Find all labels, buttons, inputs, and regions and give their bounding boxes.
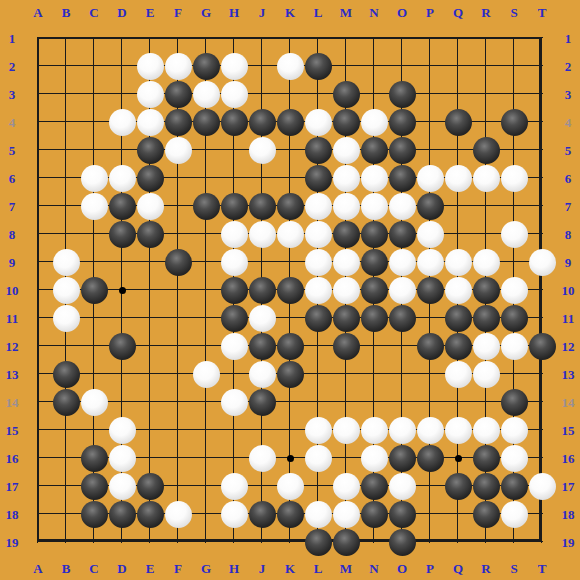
board-cell-N12[interactable]: [360, 332, 388, 360]
board-cell-R16[interactable]: [472, 444, 500, 472]
board-cell-B4[interactable]: [52, 108, 80, 136]
board-cell-T17[interactable]: [528, 472, 556, 500]
board-cell-C5[interactable]: [80, 136, 108, 164]
board-cell-O7[interactable]: [388, 192, 416, 220]
board-cell-E6[interactable]: [136, 164, 164, 192]
board-cell-N9[interactable]: [360, 248, 388, 276]
board-cell-G18[interactable]: [192, 500, 220, 528]
board-cell-H19[interactable]: [220, 528, 248, 556]
board-cell-S7[interactable]: [500, 192, 528, 220]
board-cell-C4[interactable]: [80, 108, 108, 136]
board-cell-E19[interactable]: [136, 528, 164, 556]
board-cell-R14[interactable]: [472, 388, 500, 416]
board-cell-A14[interactable]: [24, 388, 52, 416]
board-cell-O15[interactable]: [388, 416, 416, 444]
board-cell-P9[interactable]: [416, 248, 444, 276]
board-cell-F17[interactable]: [164, 472, 192, 500]
board-cell-J19[interactable]: [248, 528, 276, 556]
board-cell-L14[interactable]: [304, 388, 332, 416]
board-cell-L10[interactable]: [304, 276, 332, 304]
board-cell-R19[interactable]: [472, 528, 500, 556]
board-cell-R8[interactable]: [472, 220, 500, 248]
board-cell-C1[interactable]: [80, 24, 108, 52]
board-cell-O17[interactable]: [388, 472, 416, 500]
board-cell-D14[interactable]: [108, 388, 136, 416]
board-cell-J2[interactable]: [248, 52, 276, 80]
board-cell-C9[interactable]: [80, 248, 108, 276]
board-cell-F19[interactable]: [164, 528, 192, 556]
board-cell-S8[interactable]: [500, 220, 528, 248]
board-cell-D6[interactable]: [108, 164, 136, 192]
board-cell-N15[interactable]: [360, 416, 388, 444]
board-cell-G17[interactable]: [192, 472, 220, 500]
board-cell-J6[interactable]: [248, 164, 276, 192]
board-cell-O10[interactable]: [388, 276, 416, 304]
board-cell-C18[interactable]: [80, 500, 108, 528]
board-cell-H5[interactable]: [220, 136, 248, 164]
board-cell-B8[interactable]: [52, 220, 80, 248]
board-cell-G1[interactable]: [192, 24, 220, 52]
board-cell-J14[interactable]: [248, 388, 276, 416]
board-cell-P13[interactable]: [416, 360, 444, 388]
board-cell-P16[interactable]: [416, 444, 444, 472]
board-cell-D1[interactable]: [108, 24, 136, 52]
board-cell-P7[interactable]: [416, 192, 444, 220]
board-cell-M13[interactable]: [332, 360, 360, 388]
board-cell-A18[interactable]: [24, 500, 52, 528]
board-cell-L8[interactable]: [304, 220, 332, 248]
board-cell-K17[interactable]: [276, 472, 304, 500]
board-cell-E5[interactable]: [136, 136, 164, 164]
board-cell-O12[interactable]: [388, 332, 416, 360]
board-cell-T16[interactable]: [528, 444, 556, 472]
board-cell-G5[interactable]: [192, 136, 220, 164]
board-cell-T2[interactable]: [528, 52, 556, 80]
board-cell-R2[interactable]: [472, 52, 500, 80]
board-cell-S12[interactable]: [500, 332, 528, 360]
board-cell-L16[interactable]: [304, 444, 332, 472]
board-cell-R12[interactable]: [472, 332, 500, 360]
board-cell-P15[interactable]: [416, 416, 444, 444]
board-cell-H12[interactable]: [220, 332, 248, 360]
board-cell-K3[interactable]: [276, 80, 304, 108]
board-cell-A12[interactable]: [24, 332, 52, 360]
board-cell-E7[interactable]: [136, 192, 164, 220]
board-cell-T19[interactable]: [528, 528, 556, 556]
board-cell-F15[interactable]: [164, 416, 192, 444]
board-cell-T13[interactable]: [528, 360, 556, 388]
board-cell-R18[interactable]: [472, 500, 500, 528]
board-cell-D16[interactable]: [108, 444, 136, 472]
board-cell-E10[interactable]: [136, 276, 164, 304]
board-cell-D3[interactable]: [108, 80, 136, 108]
board-cell-J18[interactable]: [248, 500, 276, 528]
board-cell-O2[interactable]: [388, 52, 416, 80]
board-cell-B13[interactable]: [52, 360, 80, 388]
board-cell-M12[interactable]: [332, 332, 360, 360]
board-cell-T10[interactable]: [528, 276, 556, 304]
board-cell-B12[interactable]: [52, 332, 80, 360]
board-cell-B16[interactable]: [52, 444, 80, 472]
board-cell-H1[interactable]: [220, 24, 248, 52]
board-cell-F11[interactable]: [164, 304, 192, 332]
board-cell-T5[interactable]: [528, 136, 556, 164]
board-cell-D10[interactable]: [108, 276, 136, 304]
board-cell-D18[interactable]: [108, 500, 136, 528]
board-cell-R4[interactable]: [472, 108, 500, 136]
board-cell-O14[interactable]: [388, 388, 416, 416]
board-cell-L5[interactable]: [304, 136, 332, 164]
board-cell-P3[interactable]: [416, 80, 444, 108]
board-cell-J9[interactable]: [248, 248, 276, 276]
board-cell-C2[interactable]: [80, 52, 108, 80]
board-cell-E11[interactable]: [136, 304, 164, 332]
board-cell-J5[interactable]: [248, 136, 276, 164]
board-cell-A19[interactable]: [24, 528, 52, 556]
board-cell-N2[interactable]: [360, 52, 388, 80]
board-cell-H14[interactable]: [220, 388, 248, 416]
board-cell-R10[interactable]: [472, 276, 500, 304]
board-cell-D15[interactable]: [108, 416, 136, 444]
board-cell-E9[interactable]: [136, 248, 164, 276]
board-cell-D5[interactable]: [108, 136, 136, 164]
board-cell-L2[interactable]: [304, 52, 332, 80]
board-cell-G6[interactable]: [192, 164, 220, 192]
board-cell-P2[interactable]: [416, 52, 444, 80]
board-cell-R15[interactable]: [472, 416, 500, 444]
board-cell-D17[interactable]: [108, 472, 136, 500]
board-cell-T4[interactable]: [528, 108, 556, 136]
board-cell-E14[interactable]: [136, 388, 164, 416]
board-cell-S10[interactable]: [500, 276, 528, 304]
board-cell-F7[interactable]: [164, 192, 192, 220]
board-cell-S11[interactable]: [500, 304, 528, 332]
board-cell-M5[interactable]: [332, 136, 360, 164]
board-cell-G14[interactable]: [192, 388, 220, 416]
board-cell-N1[interactable]: [360, 24, 388, 52]
board-cell-E1[interactable]: [136, 24, 164, 52]
board-cell-G12[interactable]: [192, 332, 220, 360]
board-cell-Q17[interactable]: [444, 472, 472, 500]
board-cell-L17[interactable]: [304, 472, 332, 500]
board-cell-S19[interactable]: [500, 528, 528, 556]
board-cell-G4[interactable]: [192, 108, 220, 136]
board-cell-B1[interactable]: [52, 24, 80, 52]
board-cell-G19[interactable]: [192, 528, 220, 556]
board-cell-A2[interactable]: [24, 52, 52, 80]
board-cell-Q2[interactable]: [444, 52, 472, 80]
board-cell-S9[interactable]: [500, 248, 528, 276]
board-cell-A3[interactable]: [24, 80, 52, 108]
board-cell-M19[interactable]: [332, 528, 360, 556]
board-cell-K11[interactable]: [276, 304, 304, 332]
board-cell-T3[interactable]: [528, 80, 556, 108]
board-cell-H15[interactable]: [220, 416, 248, 444]
board-cell-O6[interactable]: [388, 164, 416, 192]
board-cell-B17[interactable]: [52, 472, 80, 500]
board-cell-O11[interactable]: [388, 304, 416, 332]
board-cell-E17[interactable]: [136, 472, 164, 500]
board-cell-H6[interactable]: [220, 164, 248, 192]
board-cell-Q14[interactable]: [444, 388, 472, 416]
board-cell-R13[interactable]: [472, 360, 500, 388]
board-cell-H17[interactable]: [220, 472, 248, 500]
board-cell-D19[interactable]: [108, 528, 136, 556]
board-cell-B14[interactable]: [52, 388, 80, 416]
board-cell-A6[interactable]: [24, 164, 52, 192]
board-cell-D13[interactable]: [108, 360, 136, 388]
board-cell-H10[interactable]: [220, 276, 248, 304]
board-cell-A5[interactable]: [24, 136, 52, 164]
board-cell-K9[interactable]: [276, 248, 304, 276]
board-cell-D12[interactable]: [108, 332, 136, 360]
board-cell-T18[interactable]: [528, 500, 556, 528]
board-cell-M11[interactable]: [332, 304, 360, 332]
board-cell-T1[interactable]: [528, 24, 556, 52]
board-cell-O1[interactable]: [388, 24, 416, 52]
board-cell-N11[interactable]: [360, 304, 388, 332]
board-cell-L9[interactable]: [304, 248, 332, 276]
board-cell-Q10[interactable]: [444, 276, 472, 304]
board-cell-L6[interactable]: [304, 164, 332, 192]
board-cell-R5[interactable]: [472, 136, 500, 164]
board-cell-A9[interactable]: [24, 248, 52, 276]
board-cell-Q9[interactable]: [444, 248, 472, 276]
board-cell-H11[interactable]: [220, 304, 248, 332]
board-cell-B7[interactable]: [52, 192, 80, 220]
board-cell-H8[interactable]: [220, 220, 248, 248]
board-cell-M7[interactable]: [332, 192, 360, 220]
board-cell-M2[interactable]: [332, 52, 360, 80]
board-cell-C8[interactable]: [80, 220, 108, 248]
board-cell-F10[interactable]: [164, 276, 192, 304]
board-cell-E4[interactable]: [136, 108, 164, 136]
board-cell-J16[interactable]: [248, 444, 276, 472]
board-cell-S2[interactable]: [500, 52, 528, 80]
board-cell-A4[interactable]: [24, 108, 52, 136]
board-cell-G15[interactable]: [192, 416, 220, 444]
board-cell-S15[interactable]: [500, 416, 528, 444]
board-cell-J4[interactable]: [248, 108, 276, 136]
board-cell-H9[interactable]: [220, 248, 248, 276]
board-cell-L18[interactable]: [304, 500, 332, 528]
board-cell-C16[interactable]: [80, 444, 108, 472]
board-cell-F12[interactable]: [164, 332, 192, 360]
board-cell-Q15[interactable]: [444, 416, 472, 444]
board-cell-M4[interactable]: [332, 108, 360, 136]
board-cell-E3[interactable]: [136, 80, 164, 108]
board-cell-L1[interactable]: [304, 24, 332, 52]
board-cell-N13[interactable]: [360, 360, 388, 388]
board-cell-T7[interactable]: [528, 192, 556, 220]
board-cell-D4[interactable]: [108, 108, 136, 136]
board-cell-K10[interactable]: [276, 276, 304, 304]
board-cell-D11[interactable]: [108, 304, 136, 332]
board-cell-S14[interactable]: [500, 388, 528, 416]
board-cell-F16[interactable]: [164, 444, 192, 472]
board-cell-M18[interactable]: [332, 500, 360, 528]
board-cell-F14[interactable]: [164, 388, 192, 416]
board-cell-J10[interactable]: [248, 276, 276, 304]
board-cell-C10[interactable]: [80, 276, 108, 304]
board-cell-M17[interactable]: [332, 472, 360, 500]
board-cell-P1[interactable]: [416, 24, 444, 52]
board-cell-S6[interactable]: [500, 164, 528, 192]
board-cell-Q13[interactable]: [444, 360, 472, 388]
board-cell-N6[interactable]: [360, 164, 388, 192]
board-cell-B6[interactable]: [52, 164, 80, 192]
board-cell-K18[interactable]: [276, 500, 304, 528]
board-cell-G10[interactable]: [192, 276, 220, 304]
board-cell-B19[interactable]: [52, 528, 80, 556]
board-cell-F4[interactable]: [164, 108, 192, 136]
board-cell-N4[interactable]: [360, 108, 388, 136]
board-cell-H7[interactable]: [220, 192, 248, 220]
board-cell-R1[interactable]: [472, 24, 500, 52]
board-cell-F18[interactable]: [164, 500, 192, 528]
board-cell-C3[interactable]: [80, 80, 108, 108]
board-cell-L3[interactable]: [304, 80, 332, 108]
board-cell-H13[interactable]: [220, 360, 248, 388]
board-cell-O13[interactable]: [388, 360, 416, 388]
board-cell-J7[interactable]: [248, 192, 276, 220]
board-cell-N17[interactable]: [360, 472, 388, 500]
board-cell-M16[interactable]: [332, 444, 360, 472]
board-cell-P12[interactable]: [416, 332, 444, 360]
board-cell-N16[interactable]: [360, 444, 388, 472]
board-cell-N8[interactable]: [360, 220, 388, 248]
board-cell-J13[interactable]: [248, 360, 276, 388]
board-cell-P17[interactable]: [416, 472, 444, 500]
board-cell-C11[interactable]: [80, 304, 108, 332]
board-cell-P4[interactable]: [416, 108, 444, 136]
board-cell-H18[interactable]: [220, 500, 248, 528]
board-cell-Q8[interactable]: [444, 220, 472, 248]
board-cell-Q18[interactable]: [444, 500, 472, 528]
board-cell-E8[interactable]: [136, 220, 164, 248]
board-cell-S13[interactable]: [500, 360, 528, 388]
board-cell-E15[interactable]: [136, 416, 164, 444]
board-cell-K19[interactable]: [276, 528, 304, 556]
board-cell-L4[interactable]: [304, 108, 332, 136]
board-cell-N10[interactable]: [360, 276, 388, 304]
board-cell-G16[interactable]: [192, 444, 220, 472]
board-cell-A10[interactable]: [24, 276, 52, 304]
board-cell-N3[interactable]: [360, 80, 388, 108]
board-cell-Q7[interactable]: [444, 192, 472, 220]
board-cell-M10[interactable]: [332, 276, 360, 304]
board-cell-R6[interactable]: [472, 164, 500, 192]
board-cell-D9[interactable]: [108, 248, 136, 276]
board-cell-A17[interactable]: [24, 472, 52, 500]
board-cell-E16[interactable]: [136, 444, 164, 472]
board-cell-C13[interactable]: [80, 360, 108, 388]
board-cell-Q4[interactable]: [444, 108, 472, 136]
board-cell-H4[interactable]: [220, 108, 248, 136]
board-cell-B2[interactable]: [52, 52, 80, 80]
board-cell-F6[interactable]: [164, 164, 192, 192]
board-cell-F1[interactable]: [164, 24, 192, 52]
board-cell-P19[interactable]: [416, 528, 444, 556]
board-cell-D8[interactable]: [108, 220, 136, 248]
board-cell-B5[interactable]: [52, 136, 80, 164]
board-cell-T14[interactable]: [528, 388, 556, 416]
board-cell-R9[interactable]: [472, 248, 500, 276]
board-cell-N5[interactable]: [360, 136, 388, 164]
board-cell-Q6[interactable]: [444, 164, 472, 192]
board-cell-Q5[interactable]: [444, 136, 472, 164]
board-cell-B15[interactable]: [52, 416, 80, 444]
board-cell-S16[interactable]: [500, 444, 528, 472]
board-cell-M1[interactable]: [332, 24, 360, 52]
board-cell-O3[interactable]: [388, 80, 416, 108]
board-cell-S17[interactable]: [500, 472, 528, 500]
board-cell-G3[interactable]: [192, 80, 220, 108]
board-cell-B3[interactable]: [52, 80, 80, 108]
board-cell-K6[interactable]: [276, 164, 304, 192]
board-cell-P5[interactable]: [416, 136, 444, 164]
board-cell-Q16[interactable]: [444, 444, 472, 472]
board-cell-P11[interactable]: [416, 304, 444, 332]
board-cell-B18[interactable]: [52, 500, 80, 528]
board-cell-R7[interactable]: [472, 192, 500, 220]
board-cell-S3[interactable]: [500, 80, 528, 108]
board-cell-G2[interactable]: [192, 52, 220, 80]
board-cell-K1[interactable]: [276, 24, 304, 52]
board-cell-L15[interactable]: [304, 416, 332, 444]
board-cell-L11[interactable]: [304, 304, 332, 332]
board-cell-E13[interactable]: [136, 360, 164, 388]
board-cell-Q11[interactable]: [444, 304, 472, 332]
board-cell-P8[interactable]: [416, 220, 444, 248]
board-cell-P6[interactable]: [416, 164, 444, 192]
board-cell-G11[interactable]: [192, 304, 220, 332]
board-cell-F13[interactable]: [164, 360, 192, 388]
board-cell-Q19[interactable]: [444, 528, 472, 556]
board-cell-R17[interactable]: [472, 472, 500, 500]
board-cell-F5[interactable]: [164, 136, 192, 164]
board-cell-A16[interactable]: [24, 444, 52, 472]
board-cell-E12[interactable]: [136, 332, 164, 360]
board-cell-S18[interactable]: [500, 500, 528, 528]
board-cell-M14[interactable]: [332, 388, 360, 416]
board-cell-A1[interactable]: [24, 24, 52, 52]
board-cell-Q12[interactable]: [444, 332, 472, 360]
board-cell-J1[interactable]: [248, 24, 276, 52]
board-cell-A11[interactable]: [24, 304, 52, 332]
board-cell-F9[interactable]: [164, 248, 192, 276]
board-cell-K16[interactable]: [276, 444, 304, 472]
board-cell-G7[interactable]: [192, 192, 220, 220]
board-cell-P14[interactable]: [416, 388, 444, 416]
board-cell-K2[interactable]: [276, 52, 304, 80]
board-cell-C17[interactable]: [80, 472, 108, 500]
board-cell-M15[interactable]: [332, 416, 360, 444]
board-cell-P10[interactable]: [416, 276, 444, 304]
board-cell-J3[interactable]: [248, 80, 276, 108]
board-cell-S4[interactable]: [500, 108, 528, 136]
board-cell-F2[interactable]: [164, 52, 192, 80]
board-cell-B9[interactable]: [52, 248, 80, 276]
board-cell-O9[interactable]: [388, 248, 416, 276]
board-cell-L13[interactable]: [304, 360, 332, 388]
board-cell-G9[interactable]: [192, 248, 220, 276]
board-cell-C15[interactable]: [80, 416, 108, 444]
board-cell-L7[interactable]: [304, 192, 332, 220]
board-cell-J17[interactable]: [248, 472, 276, 500]
board-cell-J8[interactable]: [248, 220, 276, 248]
board-cell-K15[interactable]: [276, 416, 304, 444]
